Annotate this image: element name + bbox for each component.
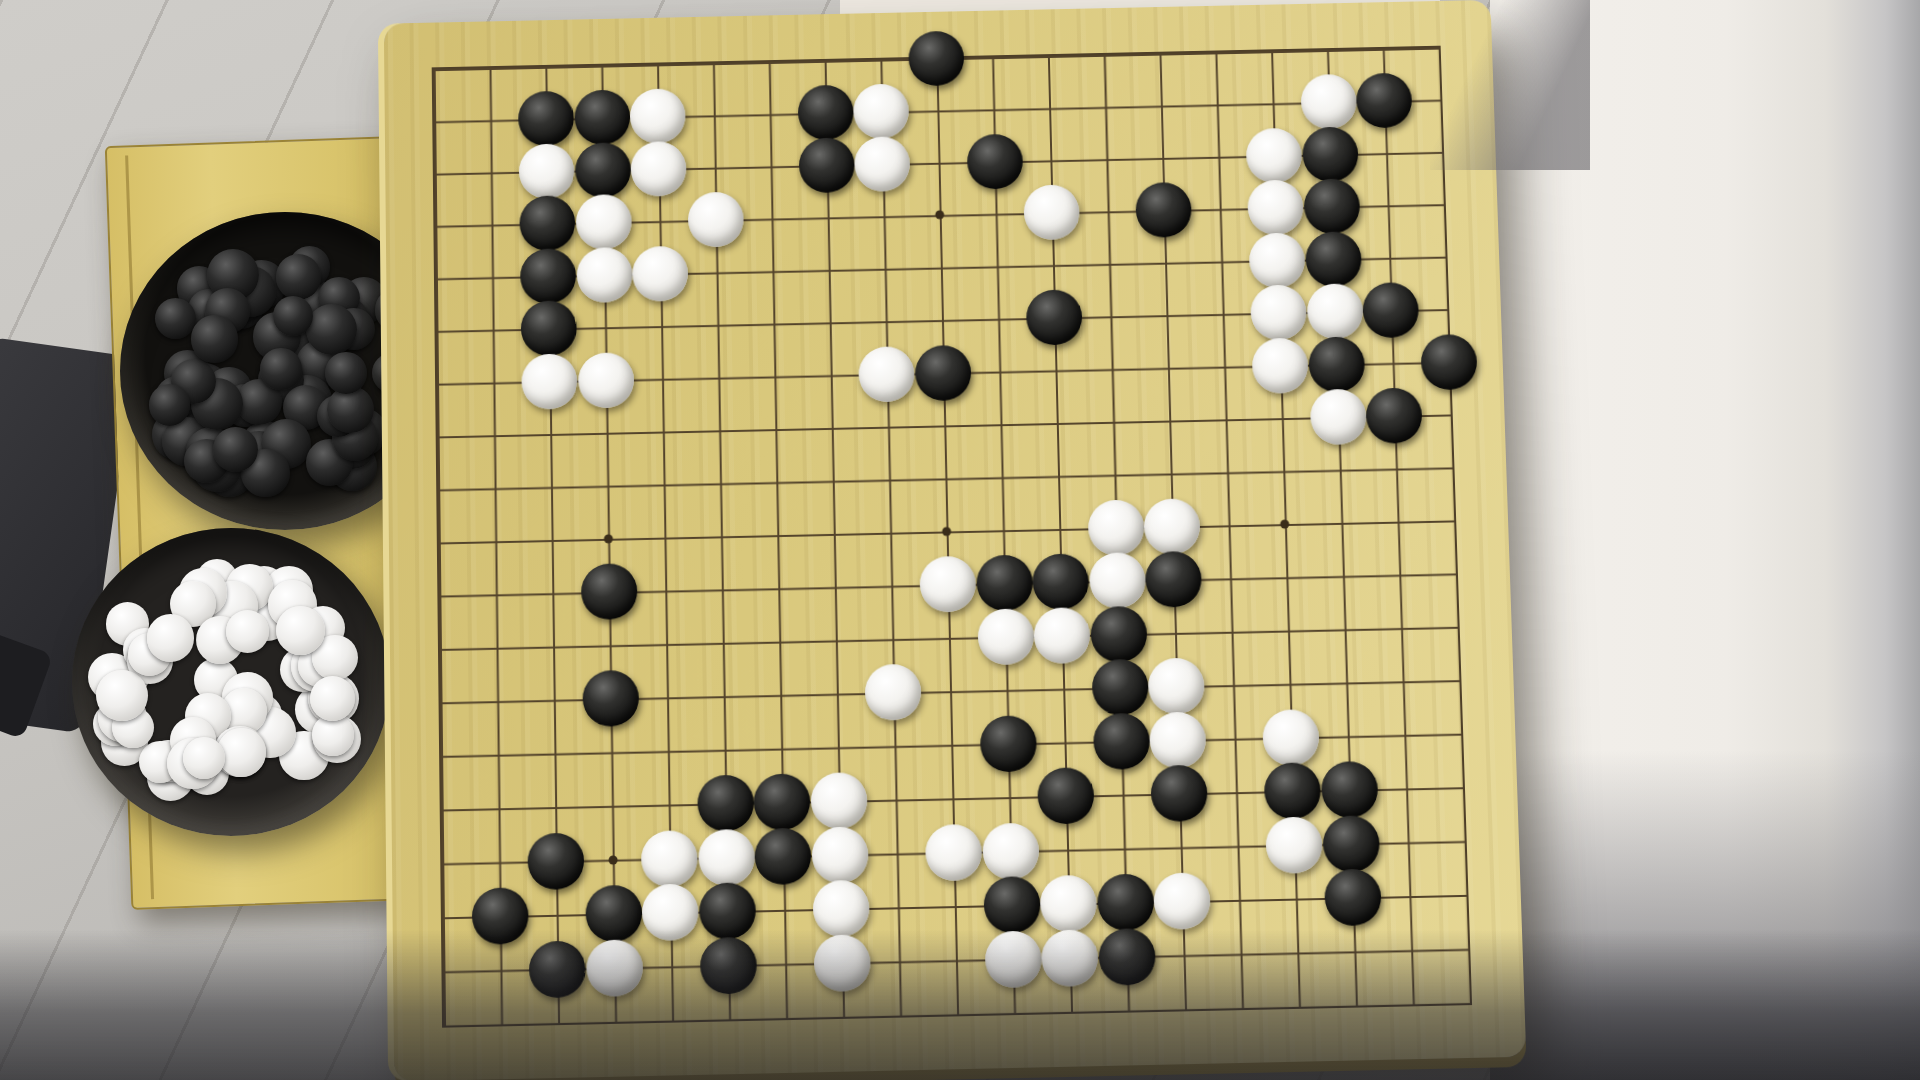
white-tray-stone [310, 676, 355, 721]
black-tray-stone [260, 348, 301, 389]
black-tray-stone [325, 352, 367, 394]
white-tray-stone [183, 737, 225, 779]
white-tray-stone [226, 610, 269, 653]
black-tray-stone [306, 304, 357, 355]
black-tray-stone [191, 315, 239, 363]
black-tray-stone [213, 427, 258, 472]
black-tray-stone [149, 384, 191, 426]
board-corner-shadow [1430, 0, 1590, 170]
floor-shadow [0, 930, 1920, 1080]
black-stone [1420, 334, 1477, 390]
white-tray-stone [147, 614, 194, 661]
photo-scene [0, 0, 1920, 1080]
white-stone-bowl [72, 528, 390, 836]
white-tray-stone [276, 606, 325, 655]
go-board [384, 0, 1526, 1080]
black-tray-stone [155, 298, 196, 339]
white-stones-heap [72, 528, 390, 836]
white-tray-stone [96, 670, 148, 722]
black-tray-stone [276, 254, 321, 299]
board-grid [432, 46, 1472, 1028]
